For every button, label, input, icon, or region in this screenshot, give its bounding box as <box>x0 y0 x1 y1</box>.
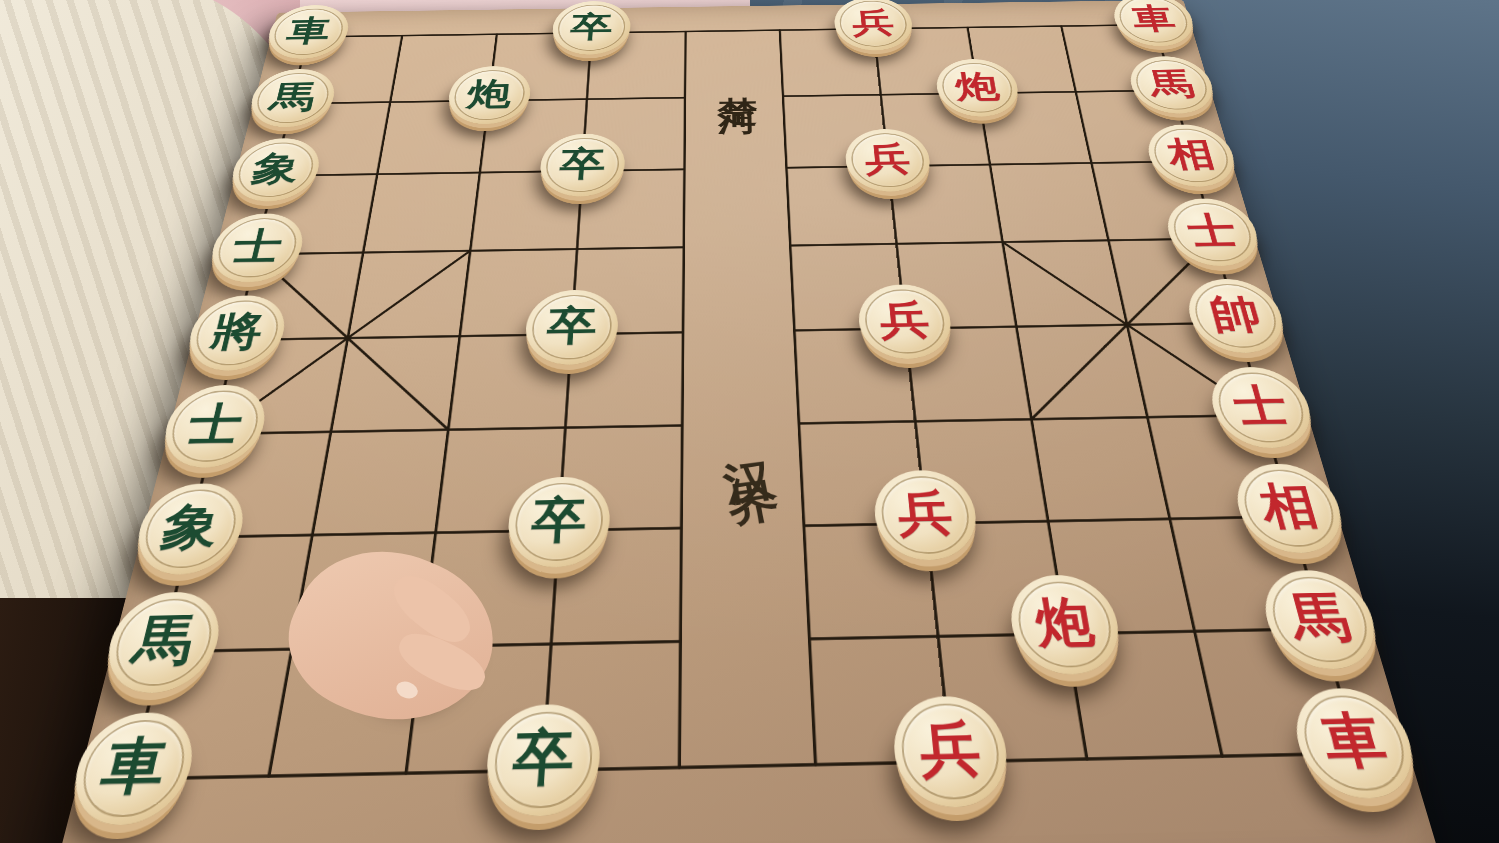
piece-red-cannon[interactable]: 炮 <box>933 59 1022 118</box>
photo-scene: 楚河 汉界 車卒兵車馬炮炮馬象卒兵相士士將卒兵帥士士象卒兵相馬炮炮馬車卒兵車 <box>0 0 1499 843</box>
piece-character: 卒 <box>530 495 588 545</box>
piece-red-soldier[interactable]: 兵 <box>871 470 981 562</box>
piece-character: 卒 <box>569 12 613 42</box>
piece-character: 卒 <box>545 305 597 346</box>
xiangqi-board[interactable]: 楚河 汉界 車卒兵車馬炮炮馬象卒兵相士士將卒兵帥士士象卒兵相馬炮炮馬車卒兵車 <box>45 0 1445 843</box>
piece-red-advisor[interactable]: 士 <box>1203 366 1320 449</box>
piece-green-elephant[interactable]: 象 <box>128 483 251 576</box>
piece-red-soldier[interactable]: 兵 <box>856 284 955 360</box>
piece-green-soldier[interactable]: 卒 <box>537 133 625 197</box>
piece-red-chariot[interactable]: 車 <box>1285 687 1426 799</box>
piece-green-soldier[interactable]: 卒 <box>550 1 631 55</box>
piece-green-chariot[interactable]: 車 <box>262 5 353 60</box>
piece-green-general[interactable]: 將 <box>181 295 291 372</box>
piece-character: 車 <box>96 735 172 797</box>
piece-character: 卒 <box>558 146 606 181</box>
piece-red-cannon[interactable]: 炮 <box>1005 574 1126 675</box>
piece-character: 兵 <box>895 488 954 538</box>
piece-red-horse[interactable]: 馬 <box>1255 569 1387 670</box>
piece-character: 卒 <box>511 727 576 789</box>
piece-green-chariot[interactable]: 車 <box>62 712 201 827</box>
piece-character: 馬 <box>128 612 199 668</box>
piece-character: 士 <box>1229 383 1293 428</box>
piece-green-cannon[interactable]: 炮 <box>444 66 532 125</box>
piece-character: 士 <box>183 402 246 448</box>
piece-character: 馬 <box>1145 68 1197 100</box>
piece-green-soldier[interactable]: 卒 <box>482 703 601 817</box>
piece-character: 馬 <box>267 81 318 113</box>
piece-character: 炮 <box>465 78 513 110</box>
piece-red-general[interactable]: 帥 <box>1181 278 1292 353</box>
piece-red-chariot[interactable]: 車 <box>1108 0 1199 47</box>
piece-green-advisor[interactable]: 士 <box>204 213 308 283</box>
piece-green-soldier[interactable]: 卒 <box>522 289 619 365</box>
piece-character: 炮 <box>953 71 1001 103</box>
piece-character: 兵 <box>851 8 896 37</box>
pieces-layer: 車卒兵車馬炮炮馬象卒兵相士士將卒兵帥士士象卒兵相馬炮炮馬車卒兵車 <box>45 0 1445 843</box>
piece-character: 士 <box>1183 212 1240 249</box>
piece-red-soldier[interactable]: 兵 <box>890 695 1013 808</box>
piece-green-soldier[interactable]: 卒 <box>504 476 611 568</box>
piece-red-advisor[interactable]: 士 <box>1160 198 1265 267</box>
piece-character: 將 <box>207 311 267 352</box>
piece-character: 士 <box>229 227 286 265</box>
piece-red-horse[interactable]: 馬 <box>1124 56 1220 114</box>
piece-green-elephant[interactable]: 象 <box>225 138 324 202</box>
piece-red-elephant[interactable]: 相 <box>1141 124 1241 187</box>
piece-character: 車 <box>1128 4 1178 33</box>
piece-red-elephant[interactable]: 相 <box>1228 463 1352 554</box>
piece-character: 象 <box>249 151 303 186</box>
piece-character: 炮 <box>1032 595 1098 650</box>
piece-character: 相 <box>1163 137 1217 171</box>
piece-character: 象 <box>157 502 224 552</box>
piece-green-horse[interactable]: 馬 <box>97 591 228 694</box>
piece-character: 車 <box>284 16 333 46</box>
piece-character: 兵 <box>878 299 932 340</box>
piece-character: 帥 <box>1205 294 1265 335</box>
piece-green-advisor[interactable]: 士 <box>156 384 272 468</box>
piece-character: 馬 <box>1283 590 1355 645</box>
piece-character: 相 <box>1255 482 1322 531</box>
piece-red-soldier[interactable]: 兵 <box>832 0 915 51</box>
piece-character: 兵 <box>917 718 984 779</box>
piece-red-soldier[interactable]: 兵 <box>843 129 933 193</box>
piece-character: 兵 <box>863 142 912 176</box>
board-perspective-wrap: 楚河 汉界 車卒兵車馬炮炮馬象卒兵相士士將卒兵帥士士象卒兵相馬炮炮馬車卒兵車 <box>0 0 1499 843</box>
piece-green-horse[interactable]: 馬 <box>244 69 339 128</box>
piece-character: 車 <box>1315 710 1391 771</box>
